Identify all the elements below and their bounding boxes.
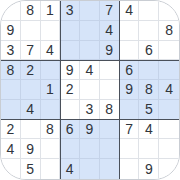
cell-r3c6[interactable]: 9: [100, 41, 120, 61]
cell-r2c2[interactable]: [21, 21, 41, 41]
cell-r7c4[interactable]: 6: [60, 120, 80, 140]
cell-r4c3[interactable]: [41, 60, 61, 80]
cell-r7c5[interactable]: 9: [80, 120, 100, 140]
cell-r5c9[interactable]: 4: [159, 80, 179, 100]
cell-r9c1[interactable]: [1, 159, 21, 179]
cell-r6c1[interactable]: [1, 100, 21, 120]
cell-r8c1[interactable]: 4: [1, 139, 21, 159]
cell-r1c3[interactable]: 1: [41, 1, 61, 21]
cell-r2c5[interactable]: [80, 21, 100, 41]
cell-r8c4[interactable]: [60, 139, 80, 159]
cell-r7c8[interactable]: 4: [139, 120, 159, 140]
cell-r4c7[interactable]: 6: [120, 60, 140, 80]
cell-r1c1[interactable]: [1, 1, 21, 21]
cell-r9c6[interactable]: [100, 159, 120, 179]
cell-r8c9[interactable]: [159, 139, 179, 159]
cell-r4c4[interactable]: 9: [60, 60, 80, 80]
cell-r3c4[interactable]: [60, 41, 80, 61]
cell-r8c6[interactable]: [100, 139, 120, 159]
cell-r3c9[interactable]: [159, 41, 179, 61]
cell-r9c2[interactable]: 5: [21, 159, 41, 179]
cell-r9c9[interactable]: [159, 159, 179, 179]
cell-r6c5[interactable]: 3: [80, 100, 100, 120]
cell-r2c9[interactable]: 8: [159, 21, 179, 41]
cell-r5c2[interactable]: [21, 80, 41, 100]
cell-r9c7[interactable]: [120, 159, 140, 179]
cell-r5c8[interactable]: 8: [139, 80, 159, 100]
cell-r5c3[interactable]: 1: [41, 80, 61, 100]
cell-r1c7[interactable]: 4: [120, 1, 140, 21]
cell-r8c8[interactable]: [139, 139, 159, 159]
cell-r2c6[interactable]: 4: [100, 21, 120, 41]
cell-r2c4[interactable]: [60, 21, 80, 41]
cell-r3c8[interactable]: 6: [139, 41, 159, 61]
cell-r2c7[interactable]: [120, 21, 140, 41]
cell-r9c4[interactable]: 4: [60, 159, 80, 179]
cell-r4c9[interactable]: [159, 60, 179, 80]
cell-r3c7[interactable]: [120, 41, 140, 61]
cell-r4c1[interactable]: 8: [1, 60, 21, 80]
cell-r2c3[interactable]: [41, 21, 61, 41]
cell-r4c5[interactable]: 4: [80, 60, 100, 80]
cell-r2c1[interactable]: 9: [1, 21, 21, 41]
cell-r1c5[interactable]: [80, 1, 100, 21]
cell-r1c2[interactable]: 8: [21, 1, 41, 21]
cell-r8c3[interactable]: [41, 139, 61, 159]
cell-r8c7[interactable]: [120, 139, 140, 159]
cell-r8c2[interactable]: 9: [21, 139, 41, 159]
cell-r4c2[interactable]: 2: [21, 60, 41, 80]
sudoku-grid: 81374948374968294612984438528697449549: [1, 1, 179, 179]
cell-r5c6[interactable]: [100, 80, 120, 100]
cell-r6c3[interactable]: [41, 100, 61, 120]
cell-r3c3[interactable]: 4: [41, 41, 61, 61]
cell-r7c9[interactable]: [159, 120, 179, 140]
cell-r1c4[interactable]: 3: [60, 1, 80, 21]
cell-r7c6[interactable]: [100, 120, 120, 140]
cell-r4c8[interactable]: [139, 60, 159, 80]
cell-r5c4[interactable]: 2: [60, 80, 80, 100]
cell-r8c5[interactable]: [80, 139, 100, 159]
sudoku-board: 81374948374968294612984438528697449549: [0, 0, 180, 180]
cell-r2c8[interactable]: [139, 21, 159, 41]
cell-r3c1[interactable]: 3: [1, 41, 21, 61]
cell-r6c2[interactable]: 4: [21, 100, 41, 120]
cell-r7c1[interactable]: 2: [1, 120, 21, 140]
cell-r1c8[interactable]: [139, 1, 159, 21]
cell-r6c8[interactable]: 5: [139, 100, 159, 120]
cell-r7c3[interactable]: 8: [41, 120, 61, 140]
cell-r3c5[interactable]: [80, 41, 100, 61]
cell-r6c9[interactable]: [159, 100, 179, 120]
cell-r4c6[interactable]: [100, 60, 120, 80]
cell-r6c4[interactable]: [60, 100, 80, 120]
cell-r5c7[interactable]: 9: [120, 80, 140, 100]
cell-r9c5[interactable]: [80, 159, 100, 179]
cell-r7c7[interactable]: 7: [120, 120, 140, 140]
cell-r7c2[interactable]: [21, 120, 41, 140]
cell-r9c8[interactable]: 9: [139, 159, 159, 179]
cell-r1c6[interactable]: 7: [100, 1, 120, 21]
cell-r3c2[interactable]: 7: [21, 41, 41, 61]
cell-r5c5[interactable]: [80, 80, 100, 100]
cell-r1c9[interactable]: [159, 1, 179, 21]
cell-r6c7[interactable]: [120, 100, 140, 120]
cell-r5c1[interactable]: [1, 80, 21, 100]
cell-r6c6[interactable]: 8: [100, 100, 120, 120]
cell-r9c3[interactable]: [41, 159, 61, 179]
